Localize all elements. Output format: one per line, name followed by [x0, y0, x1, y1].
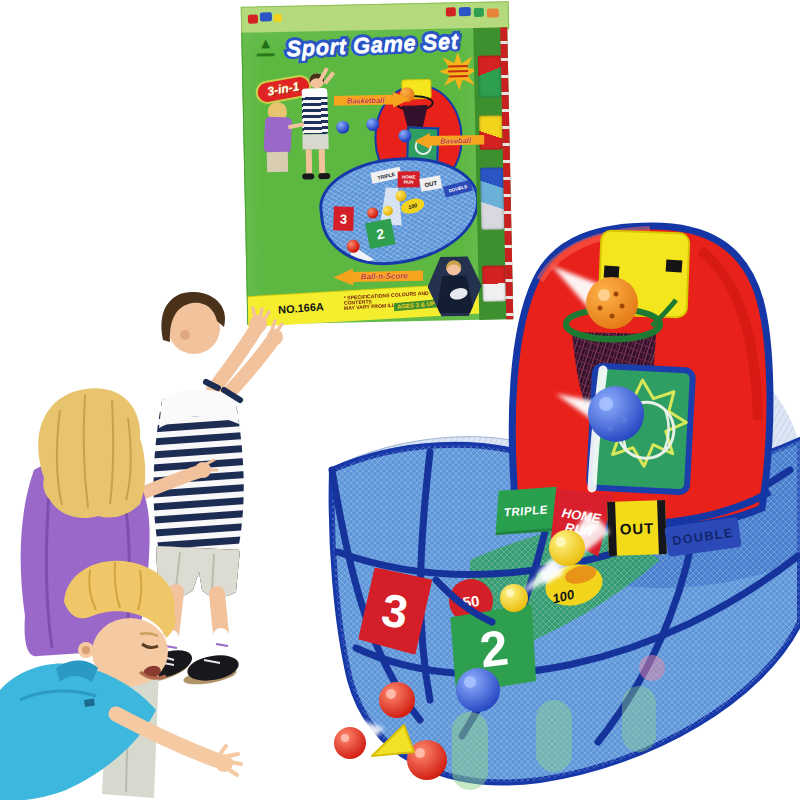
label-double: DOUBLE	[664, 517, 741, 557]
woman-head	[446, 260, 461, 275]
box-title: Sport Game Set Sport Game Set	[276, 26, 469, 69]
score-oval-100: 100	[541, 559, 607, 612]
product-photo-stage: ▲ Sport Game Set Sport Game Set 3-in-1	[0, 0, 800, 800]
mini-ball-red	[346, 239, 360, 253]
printed-boy-shoe	[318, 173, 330, 179]
label-home-run: HOME RUN	[546, 486, 614, 560]
girl-purple	[21, 388, 217, 656]
boy-shooting	[137, 292, 283, 688]
printed-boy-shoe	[302, 173, 314, 179]
score-patch-2: 2	[446, 604, 541, 694]
score-100-hole	[563, 562, 598, 586]
retail-box: ▲ Sport Game Set Sport Game Set 3-in-1	[241, 1, 514, 325]
basketball-backboard	[599, 230, 690, 326]
mini-label-home-run: HOME RUN	[398, 171, 420, 187]
side-photo-chip	[479, 115, 503, 149]
lid-art-bit	[260, 12, 272, 21]
net-base	[332, 440, 800, 782]
label-triple: TRIPLE	[496, 487, 557, 535]
lid-art-bit	[487, 8, 499, 17]
right-mesh-skirt	[736, 360, 800, 570]
net-rod-front	[436, 580, 492, 622]
printed-boy-leg	[306, 149, 313, 173]
lid-art-bit	[274, 14, 282, 22]
side-photo-chip	[480, 167, 504, 229]
rolling-balls	[334, 530, 585, 780]
lid-art-bit	[459, 7, 471, 16]
red-dome	[505, 226, 770, 530]
side-photo-chip	[478, 55, 502, 97]
mini-ball-yellow	[395, 190, 407, 202]
printed-girl	[256, 102, 302, 199]
ball-blue-target	[588, 386, 644, 442]
basketball-orange	[566, 277, 660, 340]
printed-girl-pants	[267, 152, 288, 172]
label-out: OUT	[607, 500, 667, 556]
label-home-line: HOME	[561, 506, 602, 526]
baseball-target-panel	[589, 366, 693, 493]
lid-art-bit	[446, 7, 456, 16]
toddler-pants	[102, 634, 160, 798]
hoop-rim-front	[566, 324, 660, 340]
side-photo-chip	[482, 265, 506, 301]
mini-score-3: 3	[333, 206, 354, 231]
model-number: NO.166A	[278, 300, 324, 316]
light-flashes	[338, 266, 612, 754]
brand-logo-icon: ▲	[254, 34, 276, 58]
printed-boy-leg	[319, 149, 326, 173]
mini-net-base: TRIPLE HOME RUN OUT DOUBLE 3 2 100	[315, 149, 486, 272]
starburst-squiggle	[448, 65, 468, 67]
printed-girl-shirt	[264, 116, 293, 153]
lid-art-bit	[474, 8, 484, 17]
callout-ball-n-score: Ball-n-Score	[333, 267, 423, 286]
basketball-net	[566, 309, 660, 446]
mini-ball-red	[335, 255, 348, 268]
lid-art-bit	[248, 14, 258, 23]
score-flag-3: 3	[357, 566, 433, 655]
toddler-reaching	[0, 561, 241, 800]
mini-ball-yellow	[382, 205, 393, 216]
mini-label-out: OUT	[419, 175, 442, 192]
score-circle-50: 50	[446, 576, 496, 626]
score-100-number: 100	[551, 587, 576, 607]
box-front-face: ▲ Sport Game Set Sport Game Set 3-in-1	[241, 28, 480, 325]
hoop-rim-back	[566, 309, 660, 339]
mini-score-2: 2	[365, 219, 396, 250]
printed-boy-shorts	[302, 134, 328, 150]
box-title-text: Sport Game Set	[276, 28, 469, 63]
mini-ball-red	[367, 207, 379, 219]
printed-boy-shirt	[301, 88, 328, 135]
watermark-shapes	[452, 655, 665, 790]
box-side-panel	[473, 27, 513, 320]
entry-wedge	[372, 580, 492, 756]
label-run-line: RUN	[564, 521, 594, 539]
mini-ball-blue	[336, 121, 349, 134]
net-rods	[332, 452, 798, 742]
left-mesh-skirt	[332, 437, 540, 702]
mini-label-double: DOUBLE	[443, 180, 473, 198]
